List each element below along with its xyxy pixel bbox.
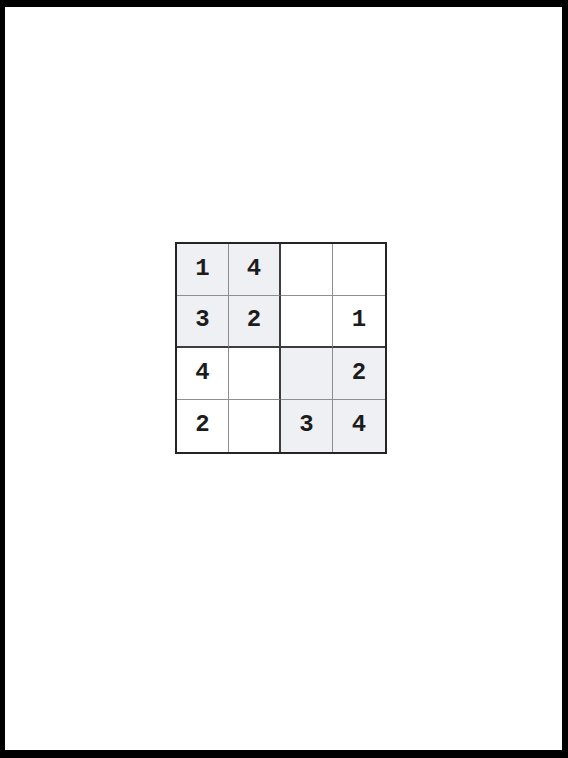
given-digit: 2: [195, 413, 209, 437]
cell-r4c2[interactable]: [229, 400, 281, 452]
cell-r3c2[interactable]: [229, 348, 281, 400]
cell-r4c3[interactable]: 3: [281, 400, 333, 452]
cell-r3c4[interactable]: 2: [333, 348, 385, 400]
given-digit: 2: [352, 361, 366, 385]
cell-r3c3[interactable]: [281, 348, 333, 400]
sudoku-board: 1432142234: [175, 242, 387, 454]
cell-r1c4[interactable]: [333, 244, 385, 296]
given-digit: 2: [247, 308, 261, 332]
given-digit: 4: [352, 413, 366, 437]
given-digit: 3: [299, 413, 313, 437]
cell-r4c1[interactable]: 2: [177, 400, 229, 452]
given-digit: 1: [195, 257, 209, 281]
cell-r1c1[interactable]: 1: [177, 244, 229, 296]
cell-r1c3[interactable]: [281, 244, 333, 296]
given-digit: 1: [352, 308, 366, 332]
cell-r2c3[interactable]: [281, 296, 333, 348]
given-digit: 3: [195, 308, 209, 332]
cell-r1c2[interactable]: 4: [229, 244, 281, 296]
cell-r2c4[interactable]: 1: [333, 296, 385, 348]
given-digit: 4: [247, 257, 261, 281]
given-digit: 4: [195, 361, 209, 385]
cell-r3c1[interactable]: 4: [177, 348, 229, 400]
cell-r2c1[interactable]: 3: [177, 296, 229, 348]
cell-r4c4[interactable]: 4: [333, 400, 385, 452]
cell-r2c2[interactable]: 2: [229, 296, 281, 348]
worksheet-page: 1432142234: [0, 0, 568, 758]
